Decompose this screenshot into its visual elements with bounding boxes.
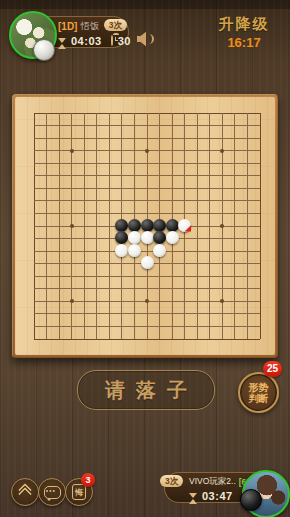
bottom-player-name: VIVO玩家2.. [189,476,236,488]
white-stone [178,219,191,232]
white-stone [128,231,141,244]
black-stone [115,219,128,232]
star-point [220,149,224,153]
alarm-clock-icon [111,35,113,46]
hourglass-icon [58,38,66,43]
grid-line [234,113,235,339]
star-point [70,149,74,153]
collapse-menu-button[interactable] [11,478,39,506]
bottom-player-black-stone-badge [240,489,262,511]
bottom-player-main-time: 03:47 [202,490,233,502]
star-point [70,224,74,228]
white-stone [115,244,128,257]
grid-line [197,113,198,339]
black-stone [153,231,166,244]
board-surface[interactable] [15,97,275,355]
star-point [70,299,74,303]
star-point [145,149,149,153]
grid-line [34,313,260,314]
black-stone [115,231,128,244]
analysis-label-line2: 判断 [249,393,269,404]
grid-line [34,326,260,327]
move-prompt-text: 请落子 [94,377,198,404]
go-app-screen: [1D] 悟饭 3次 04:03 30 升降级 16:17 请落子 形势 判断 … [0,0,290,517]
chat-bubble-icon [44,486,61,499]
undo-icon: 悔 [72,484,86,500]
white-stone [128,244,141,257]
last-move-marker [185,225,192,232]
star-point [145,299,149,303]
board-grid[interactable] [34,113,260,339]
top-shade [0,0,290,9]
speaker-icon[interactable] [137,31,157,47]
hourglass-icon [189,493,197,498]
undo-count-badge: 3 [81,473,95,487]
top-player-rank: [1D] [58,21,77,32]
grid-line [209,113,210,339]
top-player-main-time: 04:03 [71,35,102,47]
grid-line [34,251,260,252]
star-point [220,224,224,228]
top-player-byoyomi: 30 [118,35,131,47]
grid-line [34,339,260,340]
top-player-count-badge: 3次 [104,19,127,31]
board-frame [12,94,278,358]
black-stone [166,219,179,232]
white-stone [141,231,154,244]
analysis-count-badge: 25 [263,361,282,377]
grid-line [247,113,248,339]
move-prompt-pill: 请落子 [77,370,215,410]
analysis-label-line1: 形势 [249,382,269,393]
game-mode-label: 升降级 [203,15,285,34]
black-stone [153,219,166,232]
star-point [220,299,224,303]
top-player-name: 悟饭 [80,20,99,33]
top-player-white-stone-badge [33,39,55,61]
black-stone [141,219,154,232]
game-clock: 16:17 [203,35,285,50]
chat-button[interactable] [38,478,66,506]
white-stone [153,244,166,257]
grid-line [34,276,260,277]
grid-line [260,113,261,339]
white-stone [166,231,179,244]
situation-analysis-button[interactable]: 形势 判断 [238,372,279,413]
white-stone [141,256,154,269]
bottom-player-count-badge: 3次 [160,475,183,487]
black-stone [128,219,141,232]
grid-line [34,288,260,289]
